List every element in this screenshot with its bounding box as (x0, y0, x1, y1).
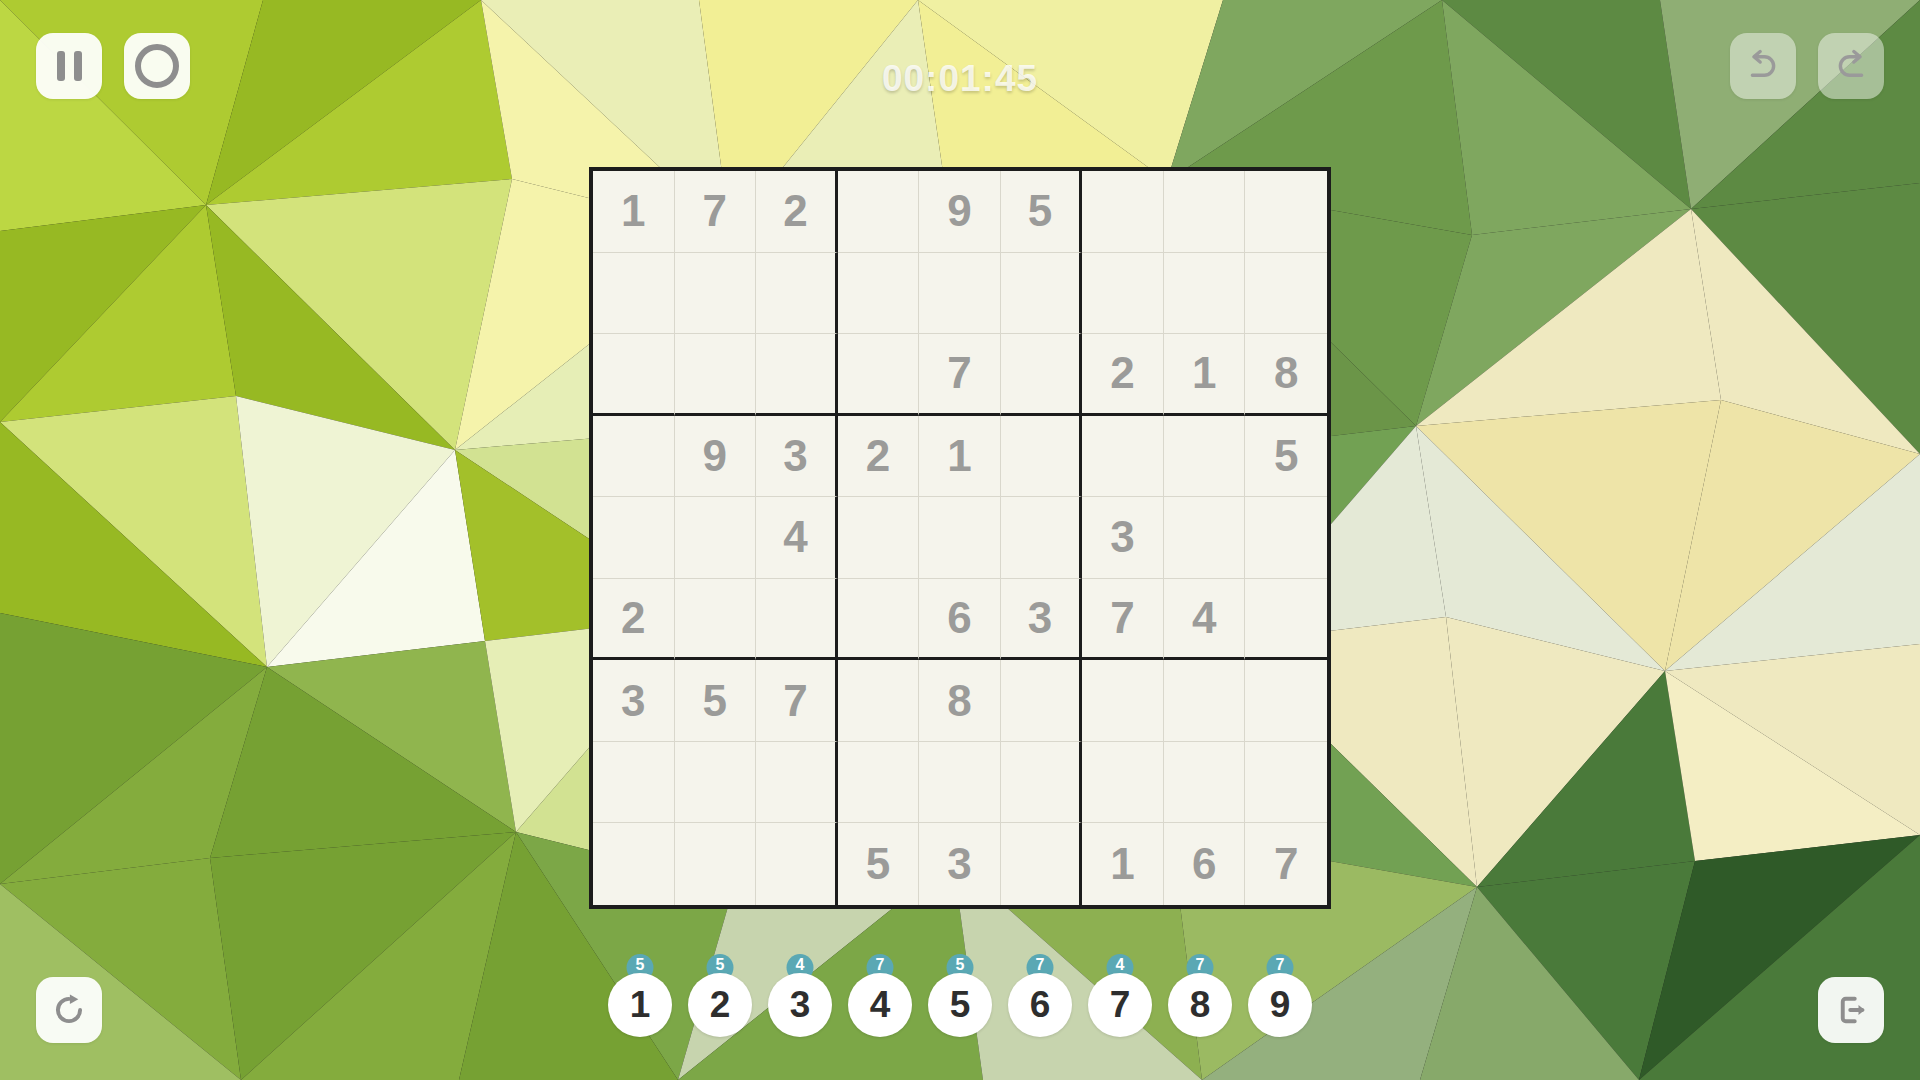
sudoku-board: 172957218932154326374357853167 (589, 167, 1331, 909)
cell-r4c6[interactable] (1001, 416, 1083, 498)
cell-r9c5[interactable]: 3 (919, 823, 1001, 905)
numpad-disc: 4 (848, 973, 912, 1037)
cell-r6c1[interactable]: 2 (593, 579, 675, 661)
numpad-digit: 5 (950, 984, 971, 1026)
cell-r6c3[interactable] (756, 579, 838, 661)
numpad-button-6[interactable]: 76 (1008, 973, 1072, 1037)
cell-r2c9[interactable] (1245, 253, 1327, 335)
cell-r8c2[interactable] (675, 742, 757, 824)
numpad-button-2[interactable]: 52 (688, 973, 752, 1037)
numpad-disc: 3 (768, 973, 832, 1037)
numpad-disc: 6 (1008, 973, 1072, 1037)
numpad-digit: 9 (1270, 984, 1291, 1026)
cell-r1c5[interactable]: 9 (919, 171, 1001, 253)
cell-r4c8[interactable] (1164, 416, 1246, 498)
numpad-disc: 8 (1168, 973, 1232, 1037)
numpad-digit: 3 (790, 984, 811, 1026)
cell-r5c3[interactable]: 4 (756, 497, 838, 579)
cell-r8c8[interactable] (1164, 742, 1246, 824)
numpad-disc: 2 (688, 973, 752, 1037)
cell-r3c4[interactable] (838, 334, 920, 416)
cell-r6c4[interactable] (838, 579, 920, 661)
cell-r5c2[interactable] (675, 497, 757, 579)
cell-r6c2[interactable] (675, 579, 757, 661)
cell-r1c8[interactable] (1164, 171, 1246, 253)
cell-r5c9[interactable] (1245, 497, 1327, 579)
cell-r2c4[interactable] (838, 253, 920, 335)
app-root: 00:01:45 172957218932154326374357853167 (0, 0, 1920, 1080)
cell-r6c6[interactable]: 3 (1001, 579, 1083, 661)
cell-r7c1[interactable]: 3 (593, 660, 675, 742)
cell-r8c3[interactable] (756, 742, 838, 824)
numpad-digit: 2 (710, 984, 731, 1026)
restart-icon (51, 992, 87, 1028)
cell-r5c8[interactable] (1164, 497, 1246, 579)
cell-r2c2[interactable] (675, 253, 757, 335)
cell-r1c6[interactable]: 5 (1001, 171, 1083, 253)
cell-r9c2[interactable] (675, 823, 757, 905)
cell-r1c4[interactable] (838, 171, 920, 253)
numpad-digit: 7 (1110, 984, 1131, 1026)
cell-r1c3[interactable]: 2 (756, 171, 838, 253)
cell-r9c1[interactable] (593, 823, 675, 905)
cell-r4c9[interactable]: 5 (1245, 416, 1327, 498)
numpad-disc: 7 (1088, 973, 1152, 1037)
cell-r4c2[interactable]: 9 (675, 416, 757, 498)
cell-r3c9[interactable]: 8 (1245, 334, 1327, 416)
cell-r9c3[interactable] (756, 823, 838, 905)
cell-r9c4[interactable]: 5 (838, 823, 920, 905)
cell-r7c2[interactable]: 5 (675, 660, 757, 742)
cell-r6c8[interactable]: 4 (1164, 579, 1246, 661)
numpad-button-9[interactable]: 79 (1248, 973, 1312, 1037)
numpad-digit: 1 (630, 984, 651, 1026)
cell-r3c3[interactable] (756, 334, 838, 416)
numpad-button-8[interactable]: 78 (1168, 973, 1232, 1037)
numpad-button-4[interactable]: 74 (848, 973, 912, 1037)
restart-button[interactable] (36, 977, 102, 1043)
cell-r6c9[interactable] (1245, 579, 1327, 661)
cell-r1c1[interactable]: 1 (593, 171, 675, 253)
undo-icon (1746, 49, 1780, 83)
cell-r3c2[interactable] (675, 334, 757, 416)
cell-r7c5[interactable]: 8 (919, 660, 1001, 742)
cell-r6c7[interactable]: 7 (1082, 579, 1164, 661)
cell-r2c6[interactable] (1001, 253, 1083, 335)
cell-r9c8[interactable]: 6 (1164, 823, 1246, 905)
exit-icon (1833, 992, 1869, 1028)
cell-r2c3[interactable] (756, 253, 838, 335)
cell-r9c9[interactable]: 7 (1245, 823, 1327, 905)
cell-r2c8[interactable] (1164, 253, 1246, 335)
numpad-button-3[interactable]: 43 (768, 973, 832, 1037)
numpad-digit: 6 (1030, 984, 1051, 1026)
cell-r4c4[interactable]: 2 (838, 416, 920, 498)
circle-icon (135, 44, 179, 88)
numpad-digit: 8 (1190, 984, 1211, 1026)
exit-button[interactable] (1818, 977, 1884, 1043)
redo-button[interactable] (1818, 33, 1884, 99)
cell-r8c5[interactable] (919, 742, 1001, 824)
cell-r4c7[interactable] (1082, 416, 1164, 498)
cell-r4c3[interactable]: 3 (756, 416, 838, 498)
cell-r7c4[interactable] (838, 660, 920, 742)
cell-r7c7[interactable] (1082, 660, 1164, 742)
cell-r6c5[interactable]: 6 (919, 579, 1001, 661)
numpad-disc: 5 (928, 973, 992, 1037)
cell-r4c5[interactable]: 1 (919, 416, 1001, 498)
cell-r1c7[interactable] (1082, 171, 1164, 253)
cell-r5c6[interactable] (1001, 497, 1083, 579)
cell-r9c6[interactable] (1001, 823, 1083, 905)
cell-r7c8[interactable] (1164, 660, 1246, 742)
pause-button[interactable] (36, 33, 102, 99)
cell-r8c7[interactable] (1082, 742, 1164, 824)
numpad-button-5[interactable]: 55 (928, 973, 992, 1037)
numpad-disc: 1 (608, 973, 672, 1037)
cell-r7c9[interactable] (1245, 660, 1327, 742)
numpad-disc: 9 (1248, 973, 1312, 1037)
redo-icon (1834, 49, 1868, 83)
cell-r5c1[interactable] (593, 497, 675, 579)
cell-r2c7[interactable] (1082, 253, 1164, 335)
cell-r4c1[interactable] (593, 416, 675, 498)
cell-r3c1[interactable] (593, 334, 675, 416)
cell-r8c1[interactable] (593, 742, 675, 824)
cell-r3c5[interactable]: 7 (919, 334, 1001, 416)
cell-r7c6[interactable] (1001, 660, 1083, 742)
cell-r3c6[interactable] (1001, 334, 1083, 416)
undo-button[interactable] (1730, 33, 1796, 99)
numpad-button-1[interactable]: 51 (608, 973, 672, 1037)
numpad-digit: 4 (870, 984, 891, 1026)
cell-r5c7[interactable]: 3 (1082, 497, 1164, 579)
cell-r3c7[interactable]: 2 (1082, 334, 1164, 416)
number-pad: 515243745576477879 (608, 973, 1312, 1037)
cell-r3c8[interactable]: 1 (1164, 334, 1246, 416)
cell-r8c9[interactable] (1245, 742, 1327, 824)
cell-r5c5[interactable] (919, 497, 1001, 579)
cell-r8c4[interactable] (838, 742, 920, 824)
cell-r2c1[interactable] (593, 253, 675, 335)
circle-button[interactable] (124, 33, 190, 99)
cell-r8c6[interactable] (1001, 742, 1083, 824)
cell-r1c9[interactable] (1245, 171, 1327, 253)
pause-icon (57, 51, 82, 81)
timer: 00:01:45 (882, 58, 1038, 100)
cell-r1c2[interactable]: 7 (675, 171, 757, 253)
cell-r7c3[interactable]: 7 (756, 660, 838, 742)
cell-r2c5[interactable] (919, 253, 1001, 335)
cell-r5c4[interactable] (838, 497, 920, 579)
cell-r9c7[interactable]: 1 (1082, 823, 1164, 905)
numpad-button-7[interactable]: 47 (1088, 973, 1152, 1037)
